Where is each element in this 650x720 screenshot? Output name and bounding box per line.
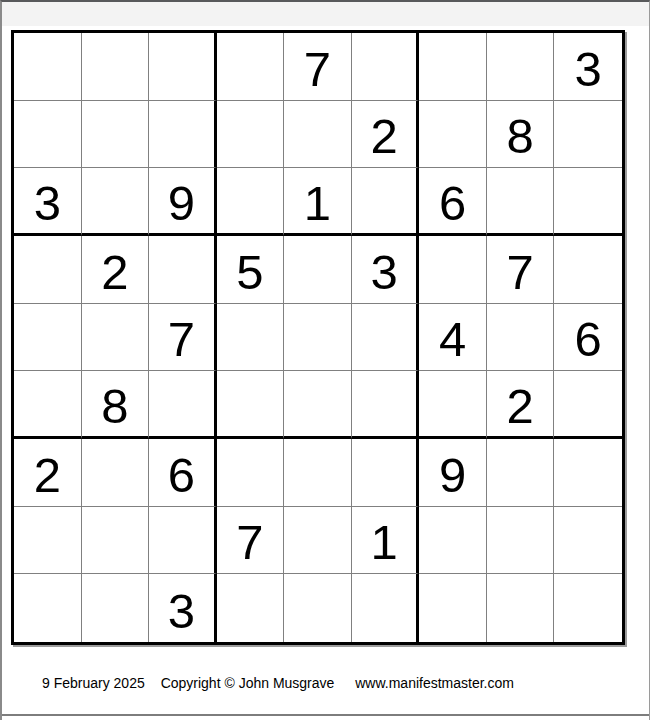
cell-r2c3[interactable] — [149, 101, 217, 169]
cell-r8c1[interactable] — [14, 507, 82, 575]
cell-r9c3[interactable]: 3 — [149, 574, 217, 642]
cell-r1c3[interactable] — [149, 33, 217, 101]
cell-r3c6[interactable] — [352, 168, 420, 236]
cell-r7c2[interactable] — [82, 439, 150, 507]
cell-r1c5[interactable]: 7 — [284, 33, 352, 101]
cell-r5c4[interactable] — [217, 304, 285, 372]
footer: 9 February 2025 Copyright © John Musgrav… — [42, 673, 514, 693]
cell-r8c7[interactable] — [419, 507, 487, 575]
cell-r2c7[interactable] — [419, 101, 487, 169]
footer-copyright: Copyright © John Musgrave — [161, 675, 335, 691]
cell-r1c1[interactable] — [14, 33, 82, 101]
cell-r8c6[interactable]: 1 — [352, 507, 420, 575]
cell-r2c9[interactable] — [554, 101, 622, 169]
cell-r1c2[interactable] — [82, 33, 150, 101]
cell-r9c6[interactable] — [352, 574, 420, 642]
cell-r3c4[interactable] — [217, 168, 285, 236]
cell-r3c1[interactable]: 3 — [14, 168, 82, 236]
cell-r7c5[interactable] — [284, 439, 352, 507]
cell-r5c7[interactable]: 4 — [419, 304, 487, 372]
cell-r9c1[interactable] — [14, 574, 82, 642]
cell-r5c1[interactable] — [14, 304, 82, 372]
cell-r8c3[interactable] — [149, 507, 217, 575]
cell-r5c9[interactable]: 6 — [554, 304, 622, 372]
cell-r3c2[interactable] — [82, 168, 150, 236]
cell-r6c1[interactable] — [14, 371, 82, 439]
cell-r6c6[interactable] — [352, 371, 420, 439]
cell-r9c8[interactable] — [487, 574, 555, 642]
cell-r5c8[interactable] — [487, 304, 555, 372]
cell-r7c4[interactable] — [217, 439, 285, 507]
cell-r6c8[interactable]: 2 — [487, 371, 555, 439]
cell-r8c9[interactable] — [554, 507, 622, 575]
cell-r1c4[interactable] — [217, 33, 285, 101]
cell-r9c2[interactable] — [82, 574, 150, 642]
cell-r9c4[interactable] — [217, 574, 285, 642]
cell-r2c1[interactable] — [14, 101, 82, 169]
page: 73283916253774682269713 9 February 2025 … — [0, 0, 650, 720]
cell-r6c9[interactable] — [554, 371, 622, 439]
cell-r7c9[interactable] — [554, 439, 622, 507]
cell-r6c5[interactable] — [284, 371, 352, 439]
cell-r9c9[interactable] — [554, 574, 622, 642]
cell-r3c3[interactable]: 9 — [149, 168, 217, 236]
cell-r4c3[interactable] — [149, 236, 217, 304]
cell-r7c6[interactable] — [352, 439, 420, 507]
cell-r7c7[interactable]: 9 — [419, 439, 487, 507]
cell-r1c8[interactable] — [487, 33, 555, 101]
cell-r7c3[interactable]: 6 — [149, 439, 217, 507]
cell-r6c3[interactable] — [149, 371, 217, 439]
cell-r8c4[interactable]: 7 — [217, 507, 285, 575]
bottom-divider — [2, 714, 649, 716]
cell-r2c2[interactable] — [82, 101, 150, 169]
cell-r6c2[interactable]: 8 — [82, 371, 150, 439]
cell-r9c7[interactable] — [419, 574, 487, 642]
cell-r8c5[interactable] — [284, 507, 352, 575]
cell-r7c1[interactable]: 2 — [14, 439, 82, 507]
cell-r4c5[interactable] — [284, 236, 352, 304]
cell-r4c9[interactable] — [554, 236, 622, 304]
cell-r1c9[interactable]: 3 — [554, 33, 622, 101]
cell-r5c2[interactable] — [82, 304, 150, 372]
footer-date: 9 February 2025 — [42, 675, 145, 691]
cell-r4c4[interactable]: 5 — [217, 236, 285, 304]
cell-r4c2[interactable]: 2 — [82, 236, 150, 304]
cell-r8c2[interactable] — [82, 507, 150, 575]
cell-r1c7[interactable] — [419, 33, 487, 101]
sudoku-board: 73283916253774682269713 — [11, 30, 625, 645]
cell-r6c7[interactable] — [419, 371, 487, 439]
cell-r3c8[interactable] — [487, 168, 555, 236]
footer-website: www.manifestmaster.com — [355, 675, 514, 691]
cell-r3c5[interactable]: 1 — [284, 168, 352, 236]
cell-r4c6[interactable]: 3 — [352, 236, 420, 304]
cell-r9c5[interactable] — [284, 574, 352, 642]
window-top-strip — [2, 2, 649, 26]
cell-r2c5[interactable] — [284, 101, 352, 169]
cell-r3c9[interactable] — [554, 168, 622, 236]
cell-r6c4[interactable] — [217, 371, 285, 439]
cell-r2c6[interactable]: 2 — [352, 101, 420, 169]
cell-r4c7[interactable] — [419, 236, 487, 304]
cell-r4c1[interactable] — [14, 236, 82, 304]
cell-r5c5[interactable] — [284, 304, 352, 372]
cell-r4c8[interactable]: 7 — [487, 236, 555, 304]
cell-r5c6[interactable] — [352, 304, 420, 372]
cell-r5c3[interactable]: 7 — [149, 304, 217, 372]
cell-r3c7[interactable]: 6 — [419, 168, 487, 236]
cell-r8c8[interactable] — [487, 507, 555, 575]
cell-r2c4[interactable] — [217, 101, 285, 169]
cell-r1c6[interactable] — [352, 33, 420, 101]
cell-r7c8[interactable] — [487, 439, 555, 507]
cell-r2c8[interactable]: 8 — [487, 101, 555, 169]
